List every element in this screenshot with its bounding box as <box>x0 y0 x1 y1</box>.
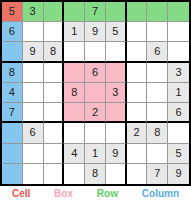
cell-r6c7[interactable] <box>127 103 148 123</box>
cell-r1c8[interactable] <box>147 2 168 22</box>
cell-r4c7[interactable] <box>127 63 148 83</box>
cell-r5c8[interactable] <box>147 83 168 103</box>
cell-r9c9[interactable]: 9 <box>168 164 189 184</box>
cell-r2c6[interactable]: 5 <box>106 22 127 42</box>
cell-r6c6[interactable] <box>106 103 127 123</box>
cell-r7c9[interactable] <box>168 123 189 143</box>
cell-r4c5[interactable]: 6 <box>85 63 106 83</box>
cell-r4c4[interactable] <box>64 63 85 83</box>
cell-r9c3[interactable] <box>44 164 65 184</box>
legend: Cell Box Row Column <box>0 186 191 200</box>
cell-r4c9[interactable]: 3 <box>168 63 189 83</box>
cell-r3c9[interactable] <box>168 42 189 62</box>
cell-r6c3[interactable] <box>44 103 65 123</box>
cell-r1c7[interactable] <box>127 2 148 22</box>
legend-box-label: Box <box>54 188 73 199</box>
cell-r9c1[interactable] <box>2 164 23 184</box>
cell-r1c5[interactable]: 7 <box>85 2 106 22</box>
cell-r2c7[interactable] <box>127 22 148 42</box>
cell-r8c7[interactable] <box>127 144 148 164</box>
cell-r5c2[interactable] <box>23 83 44 103</box>
cell-r9c8[interactable]: 7 <box>147 164 168 184</box>
cell-r8c9[interactable]: 5 <box>168 144 189 164</box>
cell-r9c4[interactable] <box>64 164 85 184</box>
cell-r3c1[interactable] <box>2 42 23 62</box>
cell-r4c8[interactable] <box>147 63 168 83</box>
legend-cell-label: Cell <box>12 188 30 199</box>
cell-r2c2[interactable] <box>23 22 44 42</box>
cell-r9c7[interactable] <box>127 164 148 184</box>
cell-r1c1[interactable]: 5 <box>2 2 23 22</box>
cell-r3c4[interactable] <box>64 42 85 62</box>
legend-row-label: Row <box>97 188 118 199</box>
cell-r6c9[interactable]: 6 <box>168 103 189 123</box>
cell-r2c3[interactable] <box>44 22 65 42</box>
cell-r8c4[interactable]: 4 <box>64 144 85 164</box>
cell-r6c4[interactable] <box>64 103 85 123</box>
cell-r7c6[interactable] <box>106 123 127 143</box>
cell-r7c8[interactable]: 8 <box>147 123 168 143</box>
cell-r6c5[interactable]: 2 <box>85 103 106 123</box>
cell-r1c3[interactable] <box>44 2 65 22</box>
cell-r7c3[interactable] <box>44 123 65 143</box>
cell-r6c1[interactable]: 7 <box>2 103 23 123</box>
cell-r1c4[interactable] <box>64 2 85 22</box>
cell-r3c5[interactable] <box>85 42 106 62</box>
cell-r8c2[interactable] <box>23 144 44 164</box>
cell-r8c8[interactable] <box>147 144 168 164</box>
cell-r9c6[interactable] <box>106 164 127 184</box>
cell-r6c8[interactable] <box>147 103 168 123</box>
cell-r7c1[interactable] <box>2 123 23 143</box>
cell-r3c6[interactable] <box>106 42 127 62</box>
cell-r9c5[interactable]: 8 <box>85 164 106 184</box>
cell-r5c5[interactable] <box>85 83 106 103</box>
cell-r1c2[interactable]: 3 <box>23 2 44 22</box>
cell-r5c1[interactable]: 4 <box>2 83 23 103</box>
cell-r3c3[interactable]: 8 <box>44 42 65 62</box>
cell-r3c8[interactable]: 6 <box>147 42 168 62</box>
cell-r9c2[interactable] <box>23 164 44 184</box>
cell-r2c4[interactable]: 1 <box>64 22 85 42</box>
cell-r5c7[interactable] <box>127 83 148 103</box>
cell-r5c4[interactable]: 8 <box>64 83 85 103</box>
cell-r2c8[interactable] <box>147 22 168 42</box>
cell-r4c3[interactable] <box>44 63 65 83</box>
cell-r2c9[interactable] <box>168 22 189 42</box>
cell-r1c6[interactable] <box>106 2 127 22</box>
cell-r4c6[interactable] <box>106 63 127 83</box>
cell-r3c2[interactable]: 9 <box>23 42 44 62</box>
cell-r5c9[interactable]: 1 <box>168 83 189 103</box>
legend-column-label: Column <box>142 188 179 199</box>
cell-r7c2[interactable]: 6 <box>23 123 44 143</box>
cell-r8c3[interactable] <box>44 144 65 164</box>
cell-r5c6[interactable]: 3 <box>106 83 127 103</box>
sudoku-diagram: 537619598686348317266284195879 Cell Box … <box>0 0 191 200</box>
cell-r4c1[interactable]: 8 <box>2 63 23 83</box>
sudoku-board: 537619598686348317266284195879 <box>0 0 191 186</box>
cell-r5c3[interactable] <box>44 83 65 103</box>
cell-r8c6[interactable]: 9 <box>106 144 127 164</box>
cell-r4c2[interactable] <box>23 63 44 83</box>
cell-r6c2[interactable] <box>23 103 44 123</box>
cell-r2c5[interactable]: 9 <box>85 22 106 42</box>
cell-r7c4[interactable] <box>64 123 85 143</box>
cell-r7c5[interactable] <box>85 123 106 143</box>
cell-r8c1[interactable] <box>2 144 23 164</box>
cell-r2c1[interactable]: 6 <box>2 22 23 42</box>
cell-r7c7[interactable]: 2 <box>127 123 148 143</box>
cell-r3c7[interactable] <box>127 42 148 62</box>
cell-r1c9[interactable] <box>168 2 189 22</box>
cell-r8c5[interactable]: 1 <box>85 144 106 164</box>
